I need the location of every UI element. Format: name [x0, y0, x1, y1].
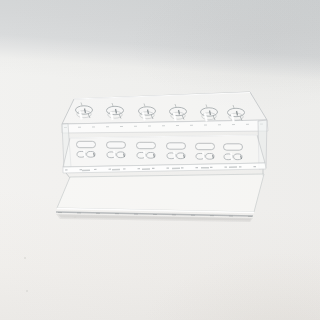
- dust-speck: [74, 216, 76, 218]
- acrylic-stand: [0, 0, 320, 320]
- base-surface: [57, 174, 264, 212]
- left-lower-edge: [66, 173, 70, 178]
- product-photo: [0, 0, 320, 320]
- shelf-surface: [63, 135, 265, 167]
- dust-specks: [24, 216, 76, 292]
- dust-speck: [26, 290, 28, 292]
- dust-speck: [24, 257, 26, 259]
